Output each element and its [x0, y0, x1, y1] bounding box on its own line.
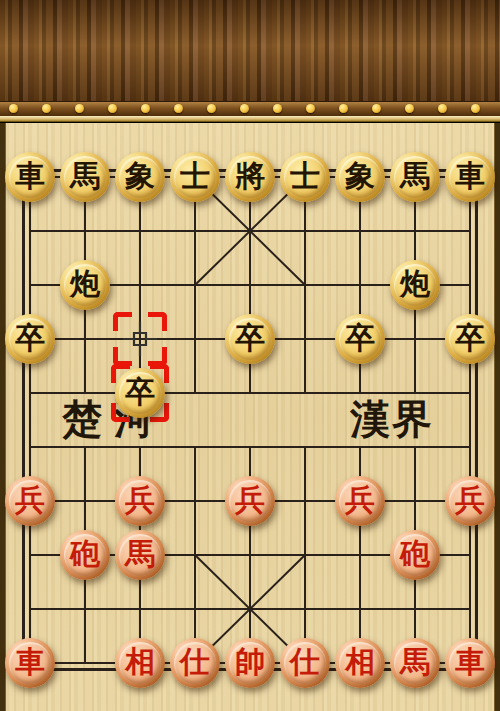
- piece-face: 帥: [229, 642, 271, 684]
- piece-black-advisor[interactable]: 士: [280, 152, 330, 202]
- river-label-han-jie: 漢界: [350, 399, 434, 439]
- piece-character: 兵: [345, 485, 375, 515]
- piece-character: 炮: [70, 269, 100, 299]
- piece-character: 仕: [290, 647, 320, 677]
- piece-face: 仕: [284, 642, 326, 684]
- piece-character: 卒: [15, 323, 45, 353]
- piece-face: 砲: [64, 534, 106, 576]
- piece-black-horse[interactable]: 馬: [390, 152, 440, 202]
- piece-face: 象: [339, 156, 381, 198]
- piece-character: 兵: [455, 485, 485, 515]
- piece-black-soldier[interactable]: 卒: [445, 314, 495, 364]
- piece-character: 車: [15, 647, 45, 677]
- piece-face: 車: [449, 642, 491, 684]
- piece-character: 卒: [125, 377, 155, 407]
- piece-red-soldier[interactable]: 兵: [335, 476, 385, 526]
- piece-character: 卒: [345, 323, 375, 353]
- piece-face: 馬: [119, 534, 161, 576]
- xiangqi-game-screen: 楚河 漢界 車馬象士將士象馬車炮炮卒卒卒卒卒兵兵兵兵兵砲馬砲車相仕帥仕相馬車: [0, 0, 500, 711]
- piece-red-horse[interactable]: 馬: [115, 530, 165, 580]
- piece-red-soldier[interactable]: 兵: [225, 476, 275, 526]
- piece-red-elephant[interactable]: 相: [335, 638, 385, 688]
- piece-black-horse[interactable]: 馬: [60, 152, 110, 202]
- piece-face: 卒: [229, 318, 271, 360]
- piece-character: 將: [235, 161, 265, 191]
- piece-face: 馬: [394, 642, 436, 684]
- piece-red-soldier[interactable]: 兵: [115, 476, 165, 526]
- piece-red-cannon[interactable]: 砲: [390, 530, 440, 580]
- piece-face: 士: [174, 156, 216, 198]
- piece-face: 相: [339, 642, 381, 684]
- piece-character: 相: [125, 647, 155, 677]
- piece-red-soldier[interactable]: 兵: [445, 476, 495, 526]
- piece-face: 車: [9, 642, 51, 684]
- piece-character: 炮: [400, 269, 430, 299]
- piece-face: 將: [229, 156, 271, 198]
- piece-character: 相: [345, 647, 375, 677]
- piece-red-elephant[interactable]: 相: [115, 638, 165, 688]
- piece-face: 車: [9, 156, 51, 198]
- piece-red-advisor[interactable]: 仕: [170, 638, 220, 688]
- piece-black-general[interactable]: 將: [225, 152, 275, 202]
- piece-character: 兵: [125, 485, 155, 515]
- last-move-from-marker: [113, 312, 167, 366]
- piece-character: 馬: [125, 539, 155, 569]
- piece-face: 仕: [174, 642, 216, 684]
- piece-character: 車: [15, 161, 45, 191]
- piece-character: 卒: [235, 323, 265, 353]
- piece-face: 兵: [449, 480, 491, 522]
- piece-character: 馬: [400, 647, 430, 677]
- piece-character: 馬: [70, 161, 100, 191]
- piece-black-elephant[interactable]: 象: [115, 152, 165, 202]
- piece-face: 兵: [339, 480, 381, 522]
- piece-character: 士: [180, 161, 210, 191]
- piece-black-soldier[interactable]: 卒: [115, 368, 165, 418]
- piece-character: 象: [345, 161, 375, 191]
- piece-character: 車: [455, 647, 485, 677]
- piece-character: 仕: [180, 647, 210, 677]
- highlight-corner-icon: [113, 312, 132, 331]
- piece-black-cannon[interactable]: 炮: [60, 260, 110, 310]
- piece-red-chariot[interactable]: 車: [445, 638, 495, 688]
- piece-face: 卒: [119, 372, 161, 414]
- piece-character: 卒: [455, 323, 485, 353]
- piece-face: 士: [284, 156, 326, 198]
- piece-character: 砲: [400, 539, 430, 569]
- piece-character: 帥: [235, 647, 265, 677]
- piece-face: 砲: [394, 534, 436, 576]
- piece-red-horse[interactable]: 馬: [390, 638, 440, 688]
- piece-face: 兵: [229, 480, 271, 522]
- piece-black-chariot[interactable]: 車: [445, 152, 495, 202]
- piece-character: 士: [290, 161, 320, 191]
- piece-face: 卒: [339, 318, 381, 360]
- piece-black-chariot[interactable]: 車: [5, 152, 55, 202]
- piece-red-chariot[interactable]: 車: [5, 638, 55, 688]
- piece-face: 馬: [64, 156, 106, 198]
- piece-black-soldier[interactable]: 卒: [225, 314, 275, 364]
- piece-face: 炮: [64, 264, 106, 306]
- piece-black-advisor[interactable]: 士: [170, 152, 220, 202]
- piece-face: 象: [119, 156, 161, 198]
- piece-face: 炮: [394, 264, 436, 306]
- piece-black-elephant[interactable]: 象: [335, 152, 385, 202]
- piece-character: 馬: [400, 161, 430, 191]
- piece-face: 馬: [394, 156, 436, 198]
- piece-character: 車: [455, 161, 485, 191]
- highlight-corner-icon: [148, 312, 167, 331]
- piece-red-soldier[interactable]: 兵: [5, 476, 55, 526]
- piece-face: 相: [119, 642, 161, 684]
- piece-red-general[interactable]: 帥: [225, 638, 275, 688]
- piece-face: 兵: [119, 480, 161, 522]
- piece-character: 兵: [235, 485, 265, 515]
- piece-character: 象: [125, 161, 155, 191]
- piece-black-soldier[interactable]: 卒: [5, 314, 55, 364]
- piece-face: 卒: [449, 318, 491, 360]
- piece-character: 砲: [70, 539, 100, 569]
- piece-character: 兵: [15, 485, 45, 515]
- piece-face: 卒: [9, 318, 51, 360]
- piece-red-cannon[interactable]: 砲: [60, 530, 110, 580]
- piece-black-cannon[interactable]: 炮: [390, 260, 440, 310]
- piece-face: 兵: [9, 480, 51, 522]
- piece-red-advisor[interactable]: 仕: [280, 638, 330, 688]
- piece-face: 車: [449, 156, 491, 198]
- piece-black-soldier[interactable]: 卒: [335, 314, 385, 364]
